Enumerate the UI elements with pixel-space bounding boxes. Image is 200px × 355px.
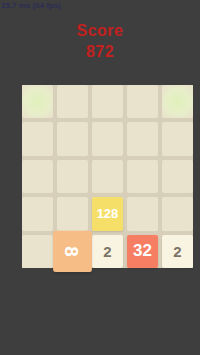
tile-128: 128 — [92, 197, 123, 230]
performance-counter: 15.7 ms (64 fps) — [1, 1, 61, 10]
score-display: Score 872 — [0, 20, 200, 62]
tile-2: 2 — [162, 235, 193, 268]
tile-32: 32 — [127, 235, 158, 268]
board[interactable]: 12882322 — [22, 85, 193, 268]
score-value: 872 — [0, 41, 200, 62]
tile-8: 8 — [53, 230, 92, 272]
tiles-layer: 12882322 — [22, 85, 193, 268]
tile-value: 2 — [103, 243, 111, 260]
tile-2: 2 — [92, 235, 123, 268]
tile-value: 2 — [173, 243, 181, 260]
tile-value: 32 — [133, 241, 152, 261]
tile-value: 8 — [62, 246, 83, 256]
score-label: Score — [0, 20, 200, 41]
tile-value: 128 — [97, 206, 119, 221]
